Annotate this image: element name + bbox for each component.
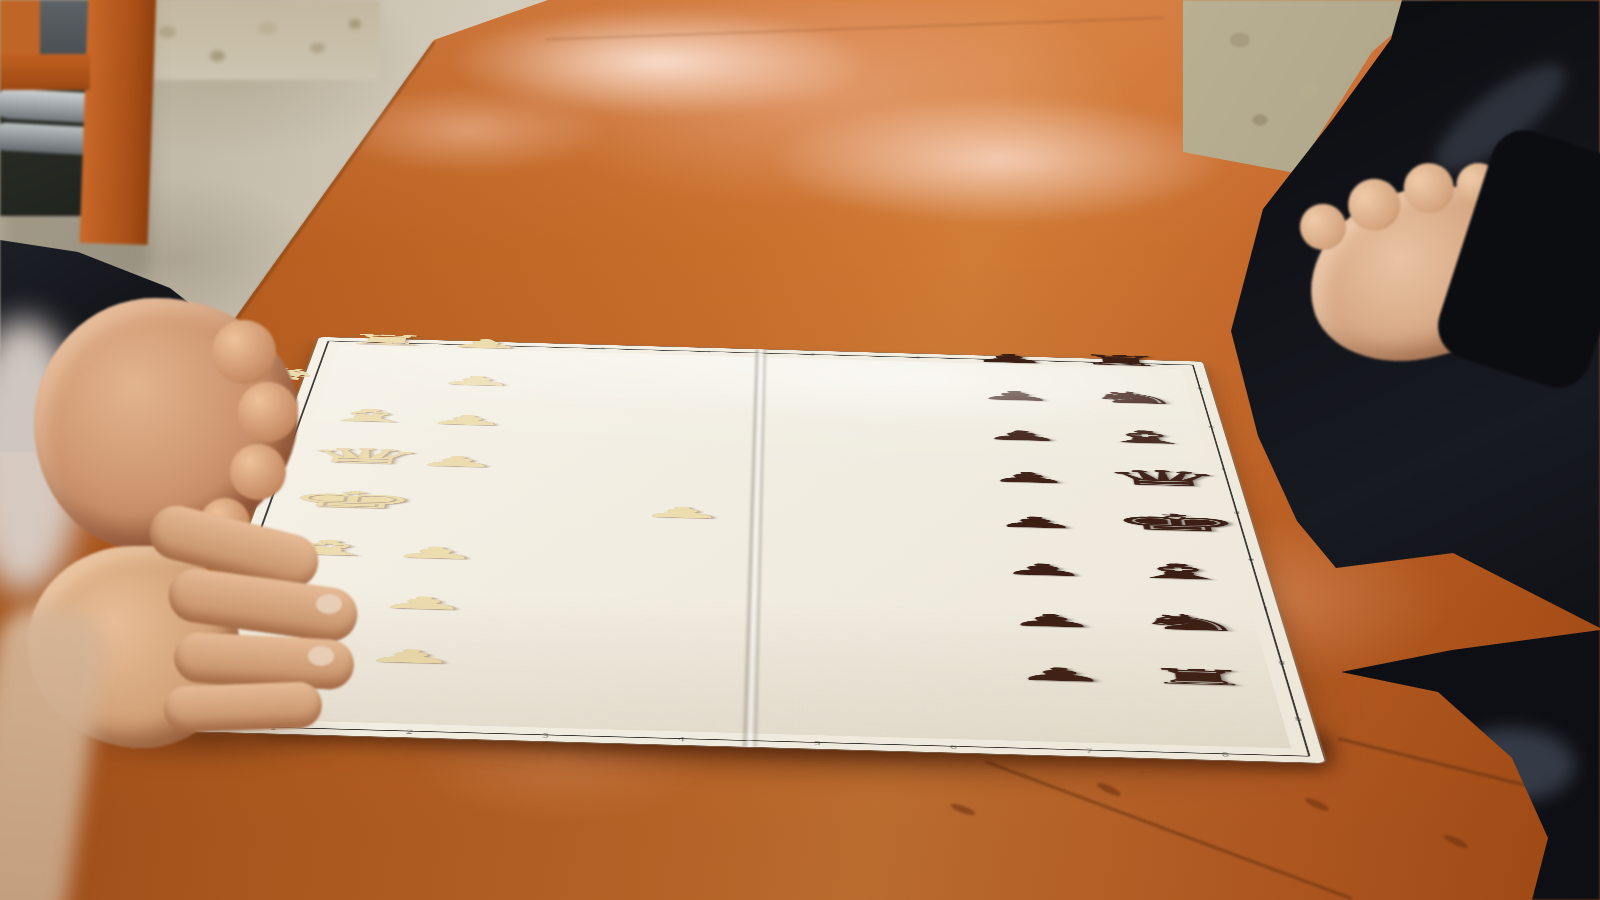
piece-black-pawn-d7[interactable]: ♟: [985, 470, 987, 483]
piece-white-pawn-c2[interactable]: ♟: [424, 413, 427, 425]
piece-white-rook-a1[interactable]: ♜: [340, 333, 344, 345]
piece-black-pawn-c7[interactable]: ♟: [980, 428, 982, 440]
window-wood-corner: [0, 0, 40, 54]
piece-black-queen-d8[interactable]: ♛: [1098, 467, 1102, 486]
fingernail: [308, 646, 334, 666]
piece-black-pawn-b7[interactable]: ♟: [975, 389, 977, 400]
piece-black-bishop-c8[interactable]: ♝: [1089, 428, 1092, 444]
piece-white-pawn-g2[interactable]: ♟: [374, 594, 378, 609]
piece-black-rook-h8[interactable]: ♜: [1139, 666, 1143, 685]
window-wood-rail: [0, 54, 90, 90]
piece-black-bishop-f8[interactable]: ♝: [1117, 560, 1121, 579]
piece-black-pawn-h7[interactable]: ♟: [1011, 665, 1013, 682]
finger: [163, 681, 323, 732]
knuckle: [238, 382, 298, 442]
knuckle: [230, 444, 286, 500]
piece-black-pawn-e7[interactable]: ♟: [991, 514, 993, 528]
fingernail: [316, 594, 342, 614]
piece-black-pawn-g7[interactable]: ♟: [1004, 611, 1006, 627]
piece-black-knight-g8[interactable]: ♞: [1128, 611, 1132, 630]
board-perspective-wrapper: ♜♟♟♜♞♟♟♞♝♟♟♝♛♟♟♛♚♟♟♚♝♟♟♝♞♟♟♞♜♟♟♜ 1234567…: [242, 8, 1270, 900]
window-frame: [0, 0, 260, 280]
piece-black-pawn-f7[interactable]: ♟: [997, 561, 999, 576]
piece-white-pawn-e4[interactable]: ♟: [638, 504, 639, 518]
piece-black-knight-b8[interactable]: ♞: [1081, 389, 1084, 403]
knuckle: [212, 320, 276, 384]
piece-black-king-e8[interactable]: ♚: [1107, 510, 1111, 531]
piece-white-pawn-b2[interactable]: ♟: [435, 374, 438, 385]
photo-scene: ♜♟♟♜♞♟♟♞♝♟♟♝♛♟♟♛♚♟♟♚♝♟♟♝♞♟♟♞♜♟♟♜ 1234567…: [0, 0, 1600, 900]
piece-white-pawn-f2[interactable]: ♟: [388, 544, 392, 558]
window-wood-jamb: [80, 0, 157, 245]
piece-black-pawn-a7[interactable]: ♟: [970, 352, 971, 363]
piece-white-knight-b1[interactable]: ♞: [326, 368, 331, 382]
